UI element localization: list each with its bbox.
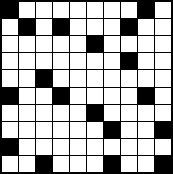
white-cell-r8c5[interactable] [70,122,86,138]
white-cell-r1c6[interactable] [87,2,103,18]
white-cell-r4c9[interactable] [138,53,154,69]
white-cell-r10c6[interactable] [87,156,103,172]
black-cell-r1c1 [2,2,18,18]
white-cell-r9c8[interactable] [121,139,137,155]
white-cell-r5c5[interactable] [70,70,86,86]
white-cell-r2c10[interactable] [155,19,171,35]
black-cell-r6c9 [138,88,154,104]
black-cell-r5c3 [36,70,52,86]
white-cell-r4c7[interactable] [104,53,120,69]
white-cell-r4c2[interactable] [19,53,35,69]
white-cell-r1c4[interactable] [53,2,69,18]
white-cell-r5c1[interactable] [2,70,18,86]
crossword-grid [0,0,173,174]
black-cell-r6c4 [53,88,69,104]
black-cell-r10c10 [155,156,171,172]
white-cell-r3c1[interactable] [2,36,18,52]
white-cell-r7c5[interactable] [70,105,86,121]
white-cell-r3c3[interactable] [36,36,52,52]
white-cell-r5c7[interactable] [104,70,120,86]
white-cell-r6c3[interactable] [36,88,52,104]
white-cell-r8c6[interactable] [87,122,103,138]
white-cell-r2c6[interactable] [87,19,103,35]
white-cell-r7c9[interactable] [138,105,154,121]
white-cell-r7c7[interactable] [104,105,120,121]
white-cell-r7c1[interactable] [2,105,18,121]
black-cell-r2c2 [19,19,35,35]
white-cell-r8c1[interactable] [2,122,18,138]
black-cell-r6c1 [2,88,18,104]
black-cell-r9c1 [2,139,18,155]
white-cell-r9c6[interactable] [87,139,103,155]
white-cell-r3c2[interactable] [19,36,35,52]
white-cell-r5c10[interactable] [155,70,171,86]
white-cell-r3c8[interactable] [121,36,137,52]
white-cell-r10c2[interactable] [19,156,35,172]
white-cell-r9c3[interactable] [36,139,52,155]
white-cell-r2c3[interactable] [36,19,52,35]
white-cell-r9c4[interactable] [53,139,69,155]
white-cell-r7c2[interactable] [19,105,35,121]
white-cell-r8c4[interactable] [53,122,69,138]
white-cell-r7c8[interactable] [121,105,137,121]
white-cell-r4c3[interactable] [36,53,52,69]
white-cell-r4c5[interactable] [70,53,86,69]
white-cell-r10c5[interactable] [70,156,86,172]
white-cell-r6c8[interactable] [121,88,137,104]
white-cell-r3c10[interactable] [155,36,171,52]
white-cell-r3c7[interactable] [104,36,120,52]
white-cell-r6c2[interactable] [19,88,35,104]
white-cell-r10c4[interactable] [53,156,69,172]
white-cell-r8c3[interactable] [36,122,52,138]
white-cell-r6c7[interactable] [104,88,120,104]
white-cell-r9c9[interactable] [138,139,154,155]
white-cell-r2c1[interactable] [2,19,18,35]
white-cell-r10c8[interactable] [121,156,137,172]
white-cell-r8c9[interactable] [138,122,154,138]
white-cell-r1c7[interactable] [104,2,120,18]
black-cell-r3c6 [87,36,103,52]
white-cell-r5c4[interactable] [53,70,69,86]
white-cell-r2c7[interactable] [104,19,120,35]
white-cell-r9c10[interactable] [155,139,171,155]
white-cell-r1c10[interactable] [155,2,171,18]
white-cell-r4c10[interactable] [155,53,171,69]
black-cell-r2c8 [121,19,137,35]
black-cell-r8c10 [155,122,171,138]
white-cell-r5c8[interactable] [121,70,137,86]
white-cell-r6c6[interactable] [87,88,103,104]
white-cell-r6c10[interactable] [155,88,171,104]
white-cell-r10c1[interactable] [2,156,18,172]
white-cell-r2c9[interactable] [138,19,154,35]
black-cell-r4c8 [121,53,137,69]
black-cell-r10c3 [36,156,52,172]
black-cell-r1c9 [138,2,154,18]
white-cell-r4c1[interactable] [2,53,18,69]
white-cell-r5c6[interactable] [87,70,103,86]
white-cell-r8c8[interactable] [121,122,137,138]
white-cell-r1c2[interactable] [19,2,35,18]
white-cell-r6c5[interactable] [70,88,86,104]
white-cell-r10c9[interactable] [138,156,154,172]
white-cell-r3c5[interactable] [70,36,86,52]
white-cell-r4c4[interactable] [53,53,69,69]
white-cell-r9c5[interactable] [70,139,86,155]
white-cell-r1c3[interactable] [36,2,52,18]
white-cell-r7c4[interactable] [53,105,69,121]
black-cell-r7c6 [87,105,103,121]
white-cell-r5c9[interactable] [138,70,154,86]
white-cell-r3c4[interactable] [53,36,69,52]
white-cell-r9c2[interactable] [19,139,35,155]
white-cell-r1c8[interactable] [121,2,137,18]
white-cell-r9c7[interactable] [104,139,120,155]
white-cell-r4c6[interactable] [87,53,103,69]
black-cell-r10c7 [104,156,120,172]
page [0,0,173,174]
white-cell-r5c2[interactable] [19,70,35,86]
black-cell-r8c7 [104,122,120,138]
black-cell-r2c4 [53,19,69,35]
white-cell-r8c2[interactable] [19,122,35,138]
white-cell-r3c9[interactable] [138,36,154,52]
white-cell-r7c10[interactable] [155,105,171,121]
white-cell-r2c5[interactable] [70,19,86,35]
white-cell-r7c3[interactable] [36,105,52,121]
white-cell-r1c5[interactable] [70,2,86,18]
